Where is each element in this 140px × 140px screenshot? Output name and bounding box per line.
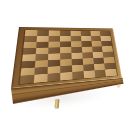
- board-square: [72, 71, 84, 79]
- board-square: [19, 75, 34, 84]
- board-square: [33, 74, 47, 83]
- chess-board-top: [11, 27, 122, 88]
- brass-clasp-right: [116, 84, 121, 88]
- chess-board-grid: [19, 30, 117, 84]
- brass-latch-pin: [55, 99, 59, 108]
- product-photo: [0, 0, 140, 140]
- board-square: [47, 73, 60, 81]
- board-square: [105, 69, 116, 76]
- board-square: [84, 71, 96, 79]
- board-square: [60, 72, 72, 80]
